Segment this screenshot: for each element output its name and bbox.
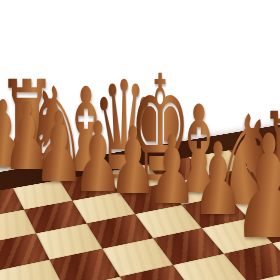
piece-pawn: ♟	[232, 116, 280, 259]
piece-pawn: ♟	[147, 123, 196, 218]
pieces-layer: ♜♞♟♟♝♛♚♟♜♟♝♟♟♞♟♟	[0, 0, 280, 280]
chess-set-photo: ♜♞♟♟♝♛♚♟♜♟♝♟♟♞♟♟	[0, 0, 280, 280]
